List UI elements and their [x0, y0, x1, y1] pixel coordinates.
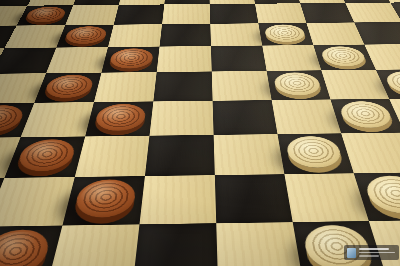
- square-e3: [214, 134, 285, 175]
- square-b7[interactable]: [56, 25, 113, 48]
- square-c5: [94, 72, 157, 102]
- checkers-board: [0, 0, 400, 266]
- square-e6[interactable]: [211, 46, 267, 72]
- square-d4: [149, 101, 213, 136]
- square-d8: [162, 4, 210, 24]
- square-f6: [262, 45, 321, 71]
- brown-checker-piece[interactable]: [43, 75, 95, 98]
- square-e5: [212, 71, 272, 101]
- brown-checker-piece[interactable]: [0, 229, 53, 266]
- square-b8: [65, 5, 119, 25]
- square-b4: [21, 102, 94, 137]
- cream-checker-piece[interactable]: [383, 71, 400, 94]
- square-e7: [210, 23, 262, 46]
- square-e4[interactable]: [213, 100, 278, 135]
- square-c7: [108, 24, 162, 47]
- square-d5[interactable]: [153, 71, 212, 101]
- cream-checker-piece[interactable]: [285, 136, 344, 168]
- square-c3: [75, 136, 150, 177]
- square-f8: [255, 3, 306, 23]
- square-c8[interactable]: [114, 4, 165, 24]
- brown-checker-piece[interactable]: [63, 26, 108, 44]
- square-c1: [47, 224, 139, 266]
- square-c6[interactable]: [101, 47, 159, 73]
- square-d3[interactable]: [145, 135, 215, 176]
- square-c2[interactable]: [62, 176, 145, 225]
- square-d1[interactable]: [133, 223, 218, 266]
- square-d7[interactable]: [160, 24, 211, 47]
- cream-checker-piece[interactable]: [273, 72, 323, 95]
- square-d6: [157, 46, 212, 72]
- square-b6: [46, 47, 108, 73]
- brown-checker-piece[interactable]: [109, 48, 154, 68]
- square-e2[interactable]: [215, 174, 293, 223]
- square-f5[interactable]: [267, 70, 331, 100]
- cream-checker-piece[interactable]: [338, 101, 396, 128]
- square-e1: [216, 222, 303, 266]
- square-b5[interactable]: [34, 73, 101, 103]
- watermark-text-lines: [359, 248, 396, 257]
- brown-checker-piece[interactable]: [94, 104, 147, 131]
- cream-checker-piece[interactable]: [362, 176, 400, 214]
- square-a8[interactable]: [17, 5, 73, 25]
- square-f7[interactable]: [258, 23, 313, 46]
- square-e8[interactable]: [210, 4, 259, 24]
- watermark-logo-icon: [347, 248, 356, 258]
- cream-checker-piece[interactable]: [320, 46, 369, 66]
- square-g4[interactable]: [330, 99, 400, 134]
- square-f4: [272, 99, 342, 134]
- brown-checker-piece[interactable]: [73, 179, 137, 217]
- checkers-board-photo: [0, 0, 400, 266]
- brown-checker-piece[interactable]: [15, 139, 78, 171]
- watermark: [344, 245, 399, 260]
- cream-checker-piece[interactable]: [264, 24, 307, 42]
- brown-checker-piece[interactable]: [24, 7, 68, 23]
- square-c4[interactable]: [85, 101, 153, 136]
- square-d2: [139, 175, 216, 224]
